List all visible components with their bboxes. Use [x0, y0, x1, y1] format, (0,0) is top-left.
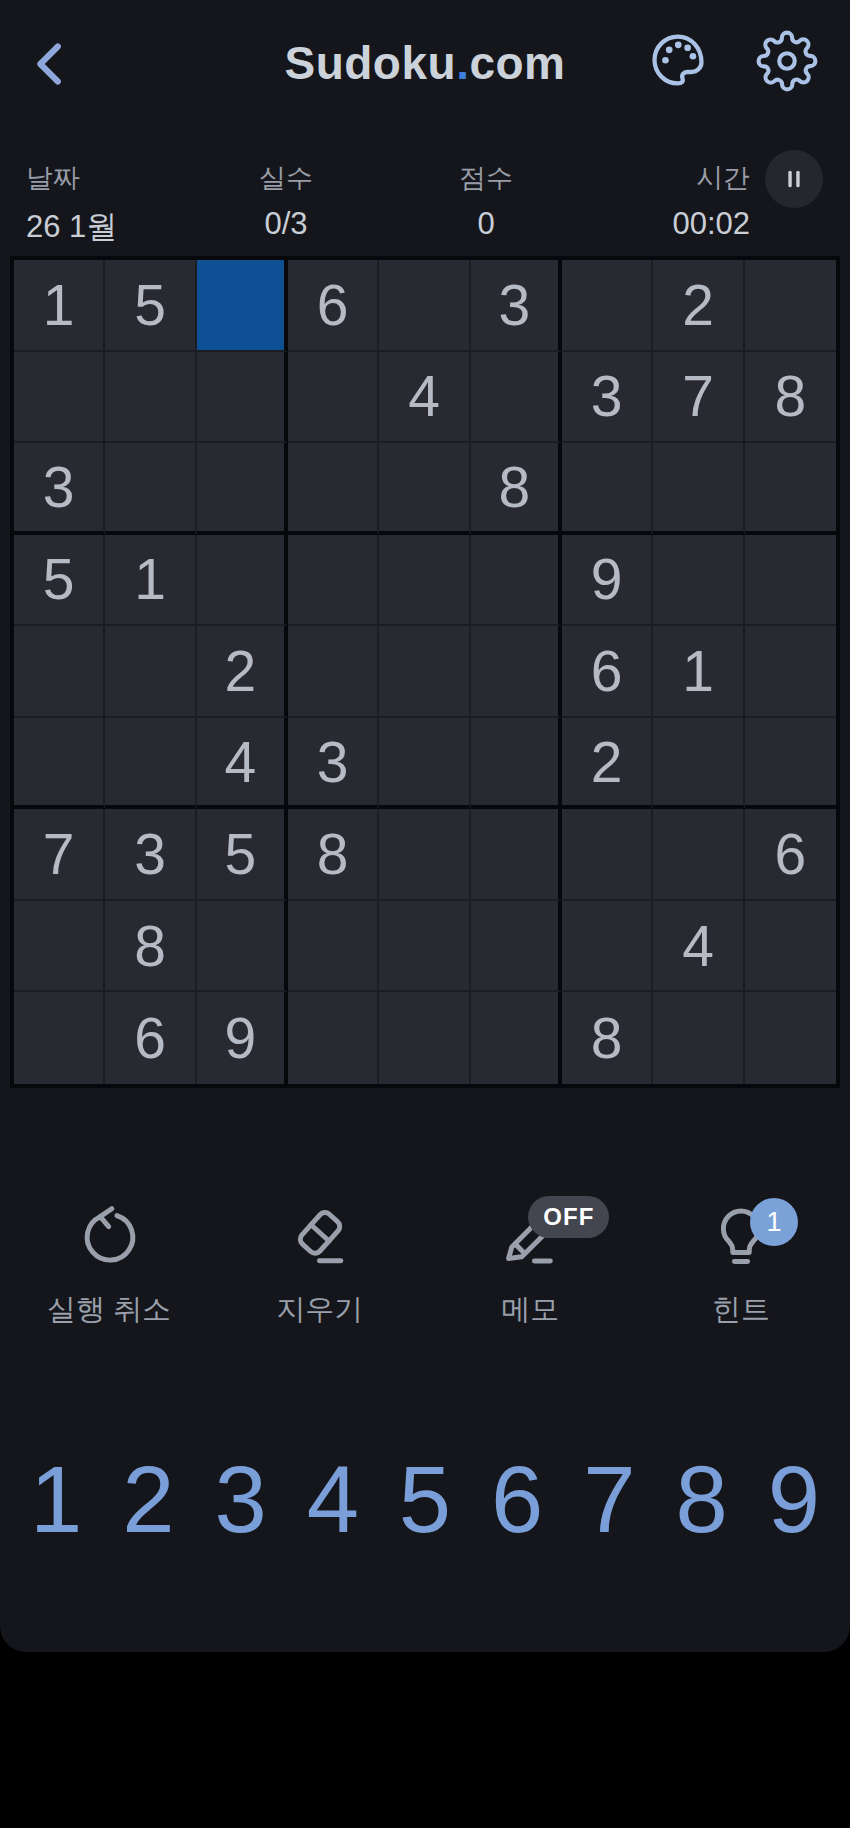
cell-r6c5[interactable] [379, 718, 470, 810]
cell-r3c1[interactable]: 3 [14, 443, 105, 535]
cell-r9c6[interactable] [471, 992, 562, 1084]
cell-r4c8[interactable] [653, 535, 744, 627]
pause-button[interactable] [765, 150, 823, 208]
cell-r5c7[interactable]: 6 [562, 626, 653, 718]
cell-r6c4[interactable]: 3 [288, 718, 379, 810]
stat-mistakes: 실수 0/3 [216, 160, 356, 242]
cell-r3c6[interactable]: 8 [471, 443, 562, 535]
cell-r4c6[interactable] [471, 535, 562, 627]
sudoku-board: 156324378385192614327358684698 [10, 256, 840, 1088]
cell-r9c1[interactable] [14, 992, 105, 1084]
stat-date-value: 26 1월 [26, 206, 117, 248]
numpad-4[interactable]: 4 [287, 1440, 379, 1560]
numpad-7[interactable]: 7 [563, 1440, 655, 1560]
cell-r1c2[interactable]: 5 [105, 260, 196, 352]
toolbar: 실행 취소 지우기 OFF 메모 [0, 1204, 850, 1330]
cell-r9c3[interactable]: 9 [197, 992, 288, 1084]
numpad-5[interactable]: 5 [379, 1440, 471, 1560]
palette-icon [646, 28, 710, 92]
cell-r4c3[interactable] [197, 535, 288, 627]
cell-r4c4[interactable] [288, 535, 379, 627]
numpad-1[interactable]: 1 [10, 1440, 102, 1560]
erase-button[interactable]: 지우기 [239, 1204, 401, 1330]
phone-screen: Sudoku.com 날짜 26 1월 실수 0/3 [0, 0, 850, 1828]
cell-r8c4[interactable] [288, 901, 379, 993]
stat-time-value: 00:02 [672, 206, 750, 242]
numpad-3[interactable]: 3 [194, 1440, 286, 1560]
stat-mistakes-label: 실수 [216, 160, 356, 196]
cell-r1c6[interactable]: 3 [471, 260, 562, 352]
cell-r1c9[interactable] [745, 260, 836, 352]
cell-r4c2[interactable]: 1 [105, 535, 196, 627]
undo-label: 실행 취소 [47, 1290, 171, 1330]
hint-label: 힌트 [712, 1290, 770, 1330]
app-title: Sudoku.com [0, 36, 850, 90]
cell-r7c4[interactable]: 8 [288, 809, 379, 901]
notes-label: 메모 [501, 1290, 559, 1330]
cell-r5c1[interactable] [14, 626, 105, 718]
title-main: Sudoku [284, 37, 456, 89]
cell-r6c9[interactable] [745, 718, 836, 810]
cell-r9c2[interactable]: 6 [105, 992, 196, 1084]
stat-score-value: 0 [416, 206, 556, 242]
cell-r8c7[interactable] [562, 901, 653, 993]
cell-r3c3[interactable] [197, 443, 288, 535]
stat-date-label: 날짜 [26, 160, 117, 196]
cell-r7c2[interactable]: 3 [105, 809, 196, 901]
cell-r5c6[interactable] [471, 626, 562, 718]
cell-r6c8[interactable] [653, 718, 744, 810]
notes-button[interactable]: OFF 메모 [449, 1204, 611, 1330]
cell-r7c6[interactable] [471, 809, 562, 901]
erase-label: 지우기 [276, 1290, 363, 1330]
cell-r8c3[interactable] [197, 901, 288, 993]
cell-r6c3[interactable]: 4 [197, 718, 288, 810]
hint-button[interactable]: 1 힌트 [660, 1204, 822, 1330]
numpad-8[interactable]: 8 [656, 1440, 748, 1560]
hint-count-badge: 1 [750, 1198, 798, 1246]
cell-r6c2[interactable] [105, 718, 196, 810]
stat-date: 날짜 26 1월 [26, 160, 117, 248]
cell-r8c1[interactable] [14, 901, 105, 993]
notes-off-badge: OFF [528, 1196, 609, 1238]
cell-r5c5[interactable] [379, 626, 470, 718]
cell-r5c4[interactable] [288, 626, 379, 718]
cell-r4c5[interactable] [379, 535, 470, 627]
stat-time-label: 시간 [672, 160, 750, 196]
stat-score-label: 점수 [416, 160, 556, 196]
cell-r2c9[interactable]: 8 [745, 352, 836, 444]
cell-r1c3[interactable] [197, 260, 288, 352]
cell-r7c7[interactable] [562, 809, 653, 901]
cell-r2c3[interactable] [197, 352, 288, 444]
cell-r6c6[interactable] [471, 718, 562, 810]
cell-r1c5[interactable] [379, 260, 470, 352]
cell-r5c8[interactable]: 1 [653, 626, 744, 718]
cell-r2c7[interactable]: 3 [562, 352, 653, 444]
cell-r2c6[interactable] [471, 352, 562, 444]
cell-r1c8[interactable]: 2 [653, 260, 744, 352]
cell-r1c1[interactable]: 1 [14, 260, 105, 352]
cell-r7c9[interactable]: 6 [745, 809, 836, 901]
cell-r7c1[interactable]: 7 [14, 809, 105, 901]
cell-r1c4[interactable]: 6 [288, 260, 379, 352]
cell-r5c2[interactable] [105, 626, 196, 718]
cell-r6c1[interactable] [14, 718, 105, 810]
numpad-6[interactable]: 6 [471, 1440, 563, 1560]
stat-time: 시간 00:02 [672, 160, 750, 242]
stat-mistakes-value: 0/3 [216, 206, 356, 242]
numpad: 123456789 [10, 1440, 840, 1560]
title-dot: . [456, 37, 469, 89]
cell-r9c5[interactable] [379, 992, 470, 1084]
app-panel: Sudoku.com 날짜 26 1월 실수 0/3 [0, 0, 850, 1652]
pause-icon [777, 162, 811, 196]
cell-r5c3[interactable]: 2 [197, 626, 288, 718]
cell-r3c4[interactable] [288, 443, 379, 535]
cell-r5c9[interactable] [745, 626, 836, 718]
cell-r8c8[interactable]: 4 [653, 901, 744, 993]
cell-r3c5[interactable] [379, 443, 470, 535]
numpad-9[interactable]: 9 [748, 1440, 840, 1560]
undo-icon [76, 1204, 142, 1270]
cell-r3c8[interactable] [653, 443, 744, 535]
cell-r1c7[interactable] [562, 260, 653, 352]
cell-r8c5[interactable] [379, 901, 470, 993]
cell-r4c1[interactable]: 5 [14, 535, 105, 627]
cell-r8c6[interactable] [471, 901, 562, 993]
theme-button[interactable] [646, 28, 710, 92]
cell-r4c9[interactable] [745, 535, 836, 627]
cell-r3c2[interactable] [105, 443, 196, 535]
undo-button[interactable]: 실행 취소 [28, 1204, 190, 1330]
stat-score: 점수 0 [416, 160, 556, 242]
cell-r7c3[interactable]: 5 [197, 809, 288, 901]
cell-r2c8[interactable]: 7 [653, 352, 744, 444]
cell-r2c2[interactable] [105, 352, 196, 444]
cell-r4c7[interactable]: 9 [562, 535, 653, 627]
cell-r6c7[interactable]: 2 [562, 718, 653, 810]
cell-r2c1[interactable] [14, 352, 105, 444]
cell-r7c5[interactable] [379, 809, 470, 901]
cell-r8c2[interactable]: 8 [105, 901, 196, 993]
cell-r8c9[interactable] [745, 901, 836, 993]
title-suffix: com [469, 37, 565, 89]
settings-button[interactable] [756, 30, 818, 92]
gear-icon [756, 30, 818, 92]
cell-r3c9[interactable] [745, 443, 836, 535]
cell-r9c9[interactable] [745, 992, 836, 1084]
cell-r9c8[interactable] [653, 992, 744, 1084]
cell-r7c8[interactable] [653, 809, 744, 901]
cell-r3c7[interactable] [562, 443, 653, 535]
cell-r9c7[interactable]: 8 [562, 992, 653, 1084]
cell-r2c5[interactable]: 4 [379, 352, 470, 444]
cell-r9c4[interactable] [288, 992, 379, 1084]
eraser-icon [287, 1204, 353, 1270]
cell-r2c4[interactable] [288, 352, 379, 444]
numpad-2[interactable]: 2 [102, 1440, 194, 1560]
